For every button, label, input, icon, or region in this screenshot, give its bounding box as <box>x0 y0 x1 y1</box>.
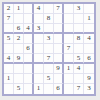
cell-r8c7[interactable] <box>64 74 74 84</box>
cell-r8c2[interactable] <box>14 74 24 84</box>
cell-r5c1[interactable] <box>4 44 14 54</box>
cell-r8c9[interactable]: 9 <box>84 74 94 84</box>
cell-r5c7[interactable]: 7 <box>64 44 74 54</box>
cell-r2c3[interactable] <box>24 14 34 24</box>
cell-r2c4[interactable] <box>34 14 44 24</box>
cell-r1c2[interactable]: 1 <box>14 4 24 14</box>
cell-r2c9[interactable]: 1 <box>84 14 94 24</box>
cell-r7c9[interactable] <box>84 64 94 74</box>
cell-r9c2[interactable]: 5 <box>14 84 24 94</box>
cell-r8c4[interactable] <box>34 74 44 84</box>
cell-r6c2[interactable]: 9 <box>14 54 24 64</box>
cell-r5c3[interactable]: 6 <box>24 44 34 54</box>
cell-r8c3[interactable] <box>24 74 34 84</box>
cell-r9c8[interactable]: 7 <box>74 84 84 94</box>
cell-r7c6[interactable]: 9 <box>54 64 64 74</box>
cell-r6c6[interactable] <box>54 54 64 64</box>
cell-r1c5[interactable] <box>44 4 54 14</box>
cell-r6c8[interactable]: 5 <box>74 54 84 64</box>
cell-r7c1[interactable] <box>4 64 14 74</box>
cell-r2c2[interactable] <box>14 14 24 24</box>
cell-r7c8[interactable]: 4 <box>74 64 84 74</box>
cell-r4c1[interactable]: 5 <box>4 34 14 44</box>
cell-r1c1[interactable]: 2 <box>4 4 14 14</box>
cell-r3c9[interactable] <box>84 24 94 34</box>
cell-r5c4[interactable] <box>34 44 44 54</box>
cell-r6c1[interactable]: 4 <box>4 54 14 64</box>
cell-r4c8[interactable]: 8 <box>74 34 84 44</box>
cell-r8c5[interactable]: 5 <box>44 74 54 84</box>
cell-r8c6[interactable] <box>54 74 64 84</box>
cell-r9c3[interactable] <box>24 84 34 94</box>
cell-r4c3[interactable] <box>24 34 34 44</box>
cell-r2c1[interactable]: 7 <box>4 14 14 24</box>
cell-r1c9[interactable] <box>84 4 94 14</box>
cell-r1c6[interactable]: 7 <box>54 4 64 14</box>
cell-r9c4[interactable]: 1 <box>34 84 44 94</box>
cell-r4c7[interactable] <box>64 34 74 44</box>
cell-r9c6[interactable]: 6 <box>54 84 64 94</box>
cell-r5c6[interactable] <box>54 44 64 54</box>
cell-r8c8[interactable] <box>74 74 84 84</box>
sudoku-board: 2147378164352384674975691415951673 <box>2 2 96 96</box>
cell-r3c3[interactable]: 4 <box>24 24 34 34</box>
cell-r4c5[interactable]: 3 <box>44 34 54 44</box>
cell-r5c5[interactable] <box>44 44 54 54</box>
cell-r6c5[interactable]: 7 <box>44 54 54 64</box>
cell-r1c4[interactable]: 4 <box>34 4 44 14</box>
cell-r7c3[interactable] <box>24 64 34 74</box>
cell-r7c2[interactable] <box>14 64 24 74</box>
cell-r1c3[interactable] <box>24 4 34 14</box>
cell-r5c2[interactable] <box>14 44 24 54</box>
cell-r8c1[interactable]: 1 <box>4 74 14 84</box>
cell-r2c7[interactable] <box>64 14 74 24</box>
cell-r7c5[interactable] <box>44 64 54 74</box>
cell-r1c7[interactable] <box>64 4 74 14</box>
cell-r6c9[interactable]: 6 <box>84 54 94 64</box>
cell-r1c8[interactable]: 3 <box>74 4 84 14</box>
cell-r4c6[interactable] <box>54 34 64 44</box>
cell-r2c6[interactable] <box>54 14 64 24</box>
cell-r6c4[interactable] <box>34 54 44 64</box>
cell-r5c8[interactable] <box>74 44 84 54</box>
cell-r9c7[interactable] <box>64 84 74 94</box>
cell-r2c5[interactable]: 8 <box>44 14 54 24</box>
cell-r5c9[interactable] <box>84 44 94 54</box>
cell-r4c2[interactable]: 2 <box>14 34 24 44</box>
cell-r3c8[interactable] <box>74 24 84 34</box>
cell-r9c5[interactable] <box>44 84 54 94</box>
cell-r3c2[interactable]: 6 <box>14 24 24 34</box>
cell-r7c4[interactable] <box>34 64 44 74</box>
cell-r3c4[interactable]: 3 <box>34 24 44 34</box>
cell-r3c5[interactable] <box>44 24 54 34</box>
cell-r4c4[interactable] <box>34 34 44 44</box>
cell-r2c8[interactable] <box>74 14 84 24</box>
cell-r7c7[interactable]: 1 <box>64 64 74 74</box>
cell-r6c3[interactable] <box>24 54 34 64</box>
cell-r3c6[interactable] <box>54 24 64 34</box>
cell-r6c7[interactable] <box>64 54 74 64</box>
cell-r9c1[interactable] <box>4 84 14 94</box>
cell-r3c1[interactable] <box>4 24 14 34</box>
cell-r4c9[interactable]: 4 <box>84 34 94 44</box>
cell-r3c7[interactable] <box>64 24 74 34</box>
cell-r9c9[interactable]: 3 <box>84 84 94 94</box>
